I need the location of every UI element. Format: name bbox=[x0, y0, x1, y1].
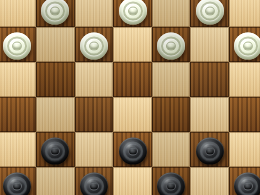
board-square[interactable] bbox=[75, 132, 114, 167]
board-square[interactable] bbox=[152, 62, 191, 97]
board-square[interactable] bbox=[0, 27, 36, 62]
board-square[interactable] bbox=[190, 97, 229, 132]
checker-piece-white[interactable] bbox=[157, 32, 185, 59]
board-square[interactable] bbox=[75, 97, 114, 132]
checker-piece-white[interactable] bbox=[119, 0, 147, 24]
board-square[interactable] bbox=[75, 27, 114, 62]
checker-piece-white[interactable] bbox=[196, 0, 224, 24]
board-square[interactable] bbox=[36, 167, 75, 195]
checker-piece-white[interactable] bbox=[80, 32, 108, 59]
checker-piece-black[interactable] bbox=[157, 172, 185, 195]
board-square[interactable] bbox=[229, 97, 260, 132]
board-square[interactable] bbox=[229, 132, 260, 167]
board-square[interactable] bbox=[36, 97, 75, 132]
board-square[interactable] bbox=[152, 97, 191, 132]
board-square[interactable] bbox=[36, 0, 75, 27]
checker-piece-white[interactable] bbox=[41, 0, 69, 24]
board-square[interactable] bbox=[36, 62, 75, 97]
checker-piece-black[interactable] bbox=[80, 172, 108, 195]
board-square[interactable] bbox=[36, 132, 75, 167]
checker-piece-white[interactable] bbox=[3, 32, 31, 59]
board-square[interactable] bbox=[113, 62, 152, 97]
board-square[interactable] bbox=[36, 27, 75, 62]
checker-piece-black[interactable] bbox=[234, 172, 260, 195]
board-square[interactable] bbox=[152, 0, 191, 27]
board-square[interactable] bbox=[0, 97, 36, 132]
checker-piece-white[interactable] bbox=[234, 32, 260, 59]
board-square[interactable] bbox=[229, 27, 260, 62]
checker-piece-black[interactable] bbox=[3, 172, 31, 195]
board-square[interactable] bbox=[75, 167, 114, 195]
board-square[interactable] bbox=[75, 0, 114, 27]
board-square[interactable] bbox=[75, 62, 114, 97]
board-square[interactable] bbox=[190, 27, 229, 62]
board-square[interactable] bbox=[190, 0, 229, 27]
checker-piece-black[interactable] bbox=[41, 137, 69, 164]
board-square[interactable] bbox=[229, 62, 260, 97]
board-square[interactable] bbox=[152, 132, 191, 167]
board-square[interactable] bbox=[113, 27, 152, 62]
board-square[interactable] bbox=[0, 167, 36, 195]
board-square[interactable] bbox=[0, 62, 36, 97]
board-grid bbox=[0, 0, 260, 195]
board-square[interactable] bbox=[152, 167, 191, 195]
board-square[interactable] bbox=[190, 167, 229, 195]
board-square[interactable] bbox=[0, 0, 36, 27]
board-square[interactable] bbox=[113, 97, 152, 132]
board-square[interactable] bbox=[190, 132, 229, 167]
board-square[interactable] bbox=[152, 27, 191, 62]
board-square[interactable] bbox=[0, 132, 36, 167]
checkers-board bbox=[0, 0, 260, 195]
checker-piece-black[interactable] bbox=[196, 137, 224, 164]
board-square[interactable] bbox=[113, 0, 152, 27]
board-square[interactable] bbox=[113, 167, 152, 195]
checker-piece-black[interactable] bbox=[119, 137, 147, 164]
board-square[interactable] bbox=[229, 167, 260, 195]
board-square[interactable] bbox=[190, 62, 229, 97]
board-square[interactable] bbox=[229, 0, 260, 27]
board-square[interactable] bbox=[113, 132, 152, 167]
